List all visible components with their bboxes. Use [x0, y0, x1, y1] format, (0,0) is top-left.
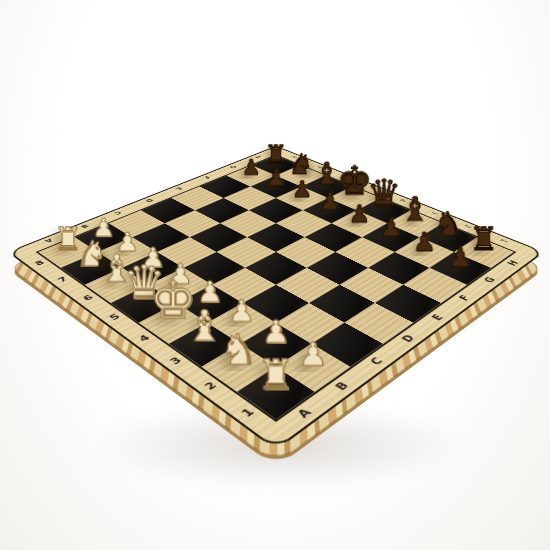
chess-set-photo: 87654321 ABCDEFGH HGFEDCBA 12345678 ♜♟♟♜… [0, 0, 550, 550]
board-grid: ♜♟♟♜♞♟♟♞♝♟♟♝♛♟♟♚♚♟♟♛♝♟♟♝♞♟♟♞♜♟♟♜ [36, 155, 517, 422]
